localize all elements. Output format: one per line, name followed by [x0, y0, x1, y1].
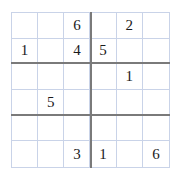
- cell-r2c2[interactable]: [38, 39, 64, 65]
- cell-r4c6[interactable]: [143, 90, 169, 116]
- cell-r5c1[interactable]: [12, 116, 38, 142]
- cell-r1c4[interactable]: [90, 13, 116, 39]
- cell-r4c4[interactable]: [90, 90, 116, 116]
- box-divider-horizontal-1: [11, 62, 170, 64]
- cell-r1c3[interactable]: 6: [64, 13, 90, 39]
- cell-r5c3[interactable]: [64, 116, 90, 142]
- cell-r6c5[interactable]: [117, 141, 143, 167]
- cell-r1c2[interactable]: [38, 13, 64, 39]
- cell-r4c1[interactable]: [12, 90, 38, 116]
- cell-r2c3[interactable]: 4: [64, 39, 90, 65]
- cell-r5c5[interactable]: [117, 116, 143, 142]
- cell-r6c1[interactable]: [12, 141, 38, 167]
- cell-r3c5[interactable]: 1: [117, 64, 143, 90]
- cell-r5c6[interactable]: [143, 116, 169, 142]
- cell-r5c4[interactable]: [90, 116, 116, 142]
- cell-r6c4[interactable]: 1: [90, 141, 116, 167]
- sudoku-board: 6214515316: [0, 0, 180, 180]
- cell-r6c6[interactable]: 6: [143, 141, 169, 167]
- cell-r4c2[interactable]: 5: [38, 90, 64, 116]
- cell-r4c3[interactable]: [64, 90, 90, 116]
- cell-r1c1[interactable]: [12, 13, 38, 39]
- box-divider-horizontal-2: [11, 114, 170, 116]
- cell-r3c3[interactable]: [64, 64, 90, 90]
- cell-r2c4[interactable]: 5: [90, 39, 116, 65]
- cell-r3c2[interactable]: [38, 64, 64, 90]
- cell-r1c5[interactable]: 2: [117, 13, 143, 39]
- cell-r2c5[interactable]: [117, 39, 143, 65]
- cell-r3c4[interactable]: [90, 64, 116, 90]
- box-divider-vertical: [90, 12, 92, 168]
- cell-r1c6[interactable]: [143, 13, 169, 39]
- cell-r3c6[interactable]: [143, 64, 169, 90]
- cell-r6c3[interactable]: 3: [64, 141, 90, 167]
- cell-r2c6[interactable]: [143, 39, 169, 65]
- cell-r2c1[interactable]: 1: [12, 39, 38, 65]
- cell-r4c5[interactable]: [117, 90, 143, 116]
- cell-r6c2[interactable]: [38, 141, 64, 167]
- cell-r5c2[interactable]: [38, 116, 64, 142]
- cell-r3c1[interactable]: [12, 64, 38, 90]
